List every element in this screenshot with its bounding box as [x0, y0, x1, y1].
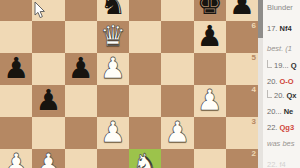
piece-black-pawn[interactable]: ♟ [194, 21, 226, 53]
piece-white-pawn[interactable]: ♟ [0, 149, 32, 168]
square-d7[interactable]: ♞ [97, 0, 129, 21]
square-a5[interactable]: ♟ [0, 53, 32, 85]
piece-white-pawn[interactable]: ♟ [161, 117, 193, 149]
piece-black-pawn[interactable]: ♟ [0, 53, 32, 85]
square-b6[interactable] [32, 21, 64, 53]
square-f6[interactable] [161, 21, 193, 53]
square-d3[interactable]: ♟ [97, 117, 129, 149]
square-e6[interactable] [129, 21, 161, 53]
chess-board[interactable]: ♞♚♟♛♟6♟♟♟5♟♟4♟♟3♟♟♞2 [0, 0, 258, 168]
square-a4[interactable] [0, 85, 32, 117]
square-a3[interactable] [0, 117, 32, 149]
variation-move-19-black[interactable]: 19... Q [267, 61, 297, 71]
square-c3[interactable] [65, 117, 97, 149]
square-b3[interactable] [32, 117, 64, 149]
square-d6[interactable]: ♛ [97, 21, 129, 53]
mouse-pointer-icon [34, 2, 46, 19]
piece-white-queen[interactable]: ♛ [97, 21, 129, 53]
square-g3[interactable] [194, 117, 226, 149]
variation-branch-line [267, 60, 272, 68]
move-20-white[interactable]: 20. O-O [267, 77, 294, 87]
move-20-black[interactable]: 20... Ne [267, 107, 293, 117]
piece-white-pawn[interactable]: ♟ [32, 149, 64, 168]
square-a6[interactable] [0, 21, 32, 53]
square-h3[interactable]: 3 [226, 117, 258, 149]
square-a7[interactable] [0, 0, 32, 21]
square-g7[interactable]: ♚ [194, 0, 226, 21]
square-d2[interactable] [97, 149, 129, 168]
rank-label-2: 2 [252, 150, 256, 158]
square-e4[interactable] [129, 85, 161, 117]
move-22-white[interactable]: 22. Qg3 [267, 123, 294, 133]
square-e2[interactable]: ♞ [129, 149, 161, 168]
square-h7[interactable]: ♟ [226, 0, 258, 21]
square-g2[interactable] [194, 149, 226, 168]
piece-white-pawn[interactable]: ♟ [194, 85, 226, 117]
rank-label-4: 4 [252, 86, 256, 94]
variation-move-20-white[interactable]: 20. Qx [267, 91, 297, 101]
annotation-best: best. (1 [267, 44, 292, 54]
square-d5[interactable]: ♟ [97, 53, 129, 85]
square-f5[interactable] [161, 53, 193, 85]
square-c4[interactable] [65, 85, 97, 117]
square-d4[interactable] [97, 85, 129, 117]
analysis-screen: ♞♚♟♛♟6♟♟♟5♟♟4♟♟3♟♟♞2 Blunder 17. Nf4 bes… [0, 0, 300, 168]
square-c6[interactable] [65, 21, 97, 53]
square-b4[interactable]: ♟ [32, 85, 64, 117]
square-g5[interactable] [194, 53, 226, 85]
square-c2[interactable] [65, 149, 97, 168]
piece-black-pawn[interactable]: ♟ [32, 85, 64, 117]
piece-black-pawn[interactable]: ♟ [65, 53, 97, 85]
piece-black-pawn[interactable]: ♟ [226, 0, 258, 21]
square-f4[interactable] [161, 85, 193, 117]
piece-white-pawn[interactable]: ♟ [97, 117, 129, 149]
square-f7[interactable] [161, 0, 193, 21]
square-b2[interactable]: ♟ [32, 149, 64, 168]
board-grid[interactable]: ♞♚♟♛♟6♟♟♟5♟♟4♟♟3♟♟♞2 [0, 0, 258, 168]
square-h2[interactable]: 2 [226, 149, 258, 168]
square-h5[interactable]: 5 [226, 53, 258, 85]
square-h6[interactable]: 6 [226, 21, 258, 53]
square-f2[interactable] [161, 149, 193, 168]
square-c7[interactable] [65, 0, 97, 21]
rank-label-3: 3 [252, 118, 256, 126]
square-g6[interactable]: ♟ [194, 21, 226, 53]
piece-white-pawn[interactable]: ♟ [97, 53, 129, 85]
annotation-was-best: was bes [267, 139, 295, 149]
square-e5[interactable] [129, 53, 161, 85]
square-a2[interactable]: ♟ [0, 149, 32, 168]
square-e7[interactable] [129, 0, 161, 21]
move-17-white[interactable]: 17. Nf4 [267, 24, 292, 34]
square-f3[interactable]: ♟ [161, 117, 193, 149]
variation-move-clipped[interactable]: 22. f4 [267, 160, 286, 168]
piece-black-knight[interactable]: ♞ [97, 0, 129, 21]
square-b5[interactable] [32, 53, 64, 85]
piece-black-king[interactable]: ♚ [194, 0, 226, 21]
annotation-blunder: Blunder [267, 3, 293, 13]
square-e3[interactable] [129, 117, 161, 149]
piece-white-knight[interactable]: ♞ [129, 149, 161, 168]
variation-branch-line [267, 90, 272, 98]
rank-label-5: 5 [252, 54, 256, 62]
square-h4[interactable]: 4 [226, 85, 258, 117]
square-g4[interactable]: ♟ [194, 85, 226, 117]
square-c5[interactable]: ♟ [65, 53, 97, 85]
move-list: Blunder 17. Nf4 best. (1 19... Q 20. O-O… [263, 0, 300, 168]
rank-label-6: 6 [252, 22, 256, 30]
